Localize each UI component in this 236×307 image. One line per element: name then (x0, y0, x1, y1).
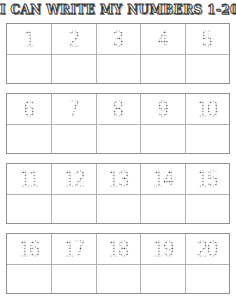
number-cell-4: 4 (140, 24, 184, 55)
practice-cell-20[interactable] (185, 265, 229, 293)
practice-cell-15[interactable] (185, 195, 229, 223)
practice-cell-16[interactable] (7, 265, 51, 293)
trace-number-16: 16 (19, 238, 40, 261)
practice-cell-12[interactable] (51, 195, 95, 223)
practice-cell-6[interactable] (7, 125, 51, 153)
trace-number-5: 5 (202, 28, 213, 51)
number-cell-15: 15 (185, 164, 229, 195)
number-group-16-20: 16 17 18 19 20 (6, 233, 230, 294)
number-cell-6: 6 (7, 94, 51, 125)
trace-number-8: 8 (113, 98, 124, 121)
number-group-6-10: 6 7 8 9 10 (6, 93, 230, 154)
trace-number-11: 11 (19, 168, 39, 191)
practice-cell-19[interactable] (140, 265, 184, 293)
trace-number-15: 15 (197, 168, 218, 191)
number-group-11-15: 11 12 13 14 15 (6, 163, 230, 224)
number-cell-7: 7 (51, 94, 95, 125)
trace-number-10: 10 (197, 98, 218, 121)
trace-number-14: 14 (152, 168, 173, 191)
number-cell-10: 10 (185, 94, 229, 125)
practice-cell-1[interactable] (7, 55, 51, 83)
number-cell-20: 20 (185, 234, 229, 265)
practice-cell-18[interactable] (96, 265, 140, 293)
number-cell-11: 11 (7, 164, 51, 195)
practice-cell-5[interactable] (185, 55, 229, 83)
number-cell-2: 2 (51, 24, 95, 55)
practice-cell-8[interactable] (96, 125, 140, 153)
trace-number-12: 12 (64, 168, 85, 191)
trace-number-1: 1 (24, 28, 35, 51)
practice-cell-10[interactable] (185, 125, 229, 153)
trace-number-9: 9 (158, 98, 169, 121)
trace-number-20: 20 (197, 238, 218, 261)
practice-cell-4[interactable] (140, 55, 184, 83)
number-group-1-5: 1 2 3 4 5 (6, 23, 230, 84)
number-cell-1: 1 (7, 24, 51, 55)
number-cell-12: 12 (51, 164, 95, 195)
practice-cell-17[interactable] (51, 265, 95, 293)
number-cell-13: 13 (96, 164, 140, 195)
trace-number-7: 7 (69, 98, 80, 121)
practice-cell-14[interactable] (140, 195, 184, 223)
trace-number-4: 4 (158, 28, 169, 51)
trace-number-13: 13 (108, 168, 129, 191)
number-cell-14: 14 (140, 164, 184, 195)
practice-cell-13[interactable] (96, 195, 140, 223)
worksheet-page: I CAN WRITE MY NUMBERS 1-20 1 2 3 4 5 6 … (0, 0, 236, 307)
practice-cell-7[interactable] (51, 125, 95, 153)
trace-number-19: 19 (152, 238, 173, 261)
trace-number-3: 3 (113, 28, 124, 51)
worksheet-title: I CAN WRITE MY NUMBERS 1-20 (0, 3, 236, 17)
number-cell-5: 5 (185, 24, 229, 55)
number-cell-18: 18 (96, 234, 140, 265)
practice-cell-2[interactable] (51, 55, 95, 83)
practice-cell-11[interactable] (7, 195, 51, 223)
number-cell-17: 17 (51, 234, 95, 265)
trace-number-18: 18 (108, 238, 129, 261)
number-cell-19: 19 (140, 234, 184, 265)
practice-cell-9[interactable] (140, 125, 184, 153)
number-cell-3: 3 (96, 24, 140, 55)
number-cell-16: 16 (7, 234, 51, 265)
trace-number-2: 2 (69, 28, 80, 51)
number-cell-9: 9 (140, 94, 184, 125)
trace-number-17: 17 (64, 238, 85, 261)
practice-cell-3[interactable] (96, 55, 140, 83)
number-cell-8: 8 (96, 94, 140, 125)
trace-number-6: 6 (24, 98, 35, 121)
